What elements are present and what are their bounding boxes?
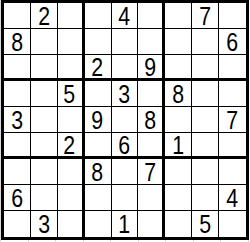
given-digit: 3: [38, 211, 50, 237]
given-digit: 9: [144, 55, 156, 80]
cell-r3c3[interactable]: [58, 55, 85, 81]
given-digit: 2: [92, 55, 104, 80]
cell-r7c9[interactable]: [219, 159, 246, 185]
cell-r1c9[interactable]: [219, 3, 246, 29]
cell-r3c7[interactable]: [165, 55, 192, 81]
cell-r2c8[interactable]: [192, 29, 219, 55]
cell-r6c2[interactable]: [31, 133, 58, 159]
cell-r1c5[interactable]: 4: [112, 3, 139, 29]
given-digit: 1: [119, 211, 131, 237]
cell-r3c2[interactable]: [31, 55, 58, 81]
cell-r9c9[interactable]: [219, 211, 246, 237]
cell-r5c5[interactable]: [112, 107, 139, 133]
cell-r6c6[interactable]: [138, 133, 165, 159]
cell-r3c5[interactable]: [112, 55, 139, 81]
cell-r4c7[interactable]: 8: [165, 81, 192, 107]
cell-r5c6[interactable]: 8: [138, 107, 165, 133]
cell-r7c4[interactable]: 8: [85, 159, 112, 185]
cell-r8c2[interactable]: [31, 185, 58, 211]
cell-r5c4[interactable]: 9: [85, 107, 112, 133]
cell-r2c9[interactable]: 6: [219, 29, 246, 55]
given-digit: 1: [172, 133, 184, 158]
cell-r5c9[interactable]: 7: [219, 107, 246, 133]
cell-r9c3[interactable]: [58, 211, 85, 237]
cell-r4c5[interactable]: 3: [112, 81, 139, 107]
cell-r6c4[interactable]: [85, 133, 112, 159]
cell-r7c6[interactable]: 7: [138, 159, 165, 185]
cell-r9c1[interactable]: [4, 211, 31, 237]
given-digit: 5: [199, 211, 211, 237]
cell-r8c7[interactable]: [165, 185, 192, 211]
cell-r7c3[interactable]: [58, 159, 85, 185]
cell-r1c3[interactable]: [58, 3, 85, 29]
cell-r4c3[interactable]: 5: [58, 81, 85, 107]
given-digit: 3: [11, 107, 23, 133]
cell-r2c2[interactable]: [31, 29, 58, 55]
cell-r9c8[interactable]: 5: [192, 211, 219, 237]
given-digit: 4: [227, 185, 239, 211]
given-digit: 8: [144, 107, 156, 133]
cell-r2c1[interactable]: 8: [4, 29, 31, 55]
sudoku-board: 247862953839872618764315: [1, 0, 249, 240]
given-digit: 8: [11, 29, 23, 55]
cell-r8c5[interactable]: [112, 185, 139, 211]
given-digit: 8: [172, 81, 184, 107]
cell-r3c6[interactable]: 9: [138, 55, 165, 81]
cell-r5c2[interactable]: [31, 107, 58, 133]
cell-r7c7[interactable]: [165, 159, 192, 185]
cell-r5c7[interactable]: [165, 107, 192, 133]
cell-r1c7[interactable]: [165, 3, 192, 29]
sudoku-screenshot: 247862953839872618764315: [0, 0, 250, 242]
cell-r8c6[interactable]: [138, 185, 165, 211]
cell-r4c1[interactable]: [4, 81, 31, 107]
cell-r1c4[interactable]: [85, 3, 112, 29]
given-digit: 9: [92, 107, 104, 133]
cell-r2c3[interactable]: [58, 29, 85, 55]
cell-r9c5[interactable]: 1: [112, 211, 139, 237]
cell-r8c8[interactable]: [192, 185, 219, 211]
cell-r6c7[interactable]: 1: [165, 133, 192, 159]
cell-r2c7[interactable]: [165, 29, 192, 55]
cell-r4c6[interactable]: [138, 81, 165, 107]
cell-r3c1[interactable]: [4, 55, 31, 81]
cell-r7c2[interactable]: [31, 159, 58, 185]
cell-r6c8[interactable]: [192, 133, 219, 159]
cell-r3c8[interactable]: [192, 55, 219, 81]
given-digit: 7: [227, 107, 239, 133]
cell-r4c8[interactable]: [192, 81, 219, 107]
cell-r6c9[interactable]: [219, 133, 246, 159]
cell-r4c9[interactable]: [219, 81, 246, 107]
cell-r9c4[interactable]: [85, 211, 112, 237]
cell-r7c8[interactable]: [192, 159, 219, 185]
cell-r8c3[interactable]: [58, 185, 85, 211]
cell-r7c5[interactable]: [112, 159, 139, 185]
cell-r5c3[interactable]: [58, 107, 85, 133]
given-digit: 6: [227, 29, 239, 55]
cell-r3c4[interactable]: 2: [85, 55, 112, 81]
cell-r1c8[interactable]: 7: [192, 3, 219, 29]
given-digit: 5: [64, 81, 76, 107]
given-digit: 7: [199, 3, 211, 29]
given-digit: 4: [119, 3, 131, 29]
given-digit: 8: [92, 159, 104, 185]
cell-r2c6[interactable]: [138, 29, 165, 55]
cell-r4c4[interactable]: [85, 81, 112, 107]
cell-r6c3[interactable]: 2: [58, 133, 85, 159]
cell-r9c7[interactable]: [165, 211, 192, 237]
cell-r3c9[interactable]: [219, 55, 246, 81]
cell-r9c2[interactable]: 3: [31, 211, 58, 237]
cell-r1c6[interactable]: [138, 3, 165, 29]
cell-r5c8[interactable]: [192, 107, 219, 133]
cell-r5c1[interactable]: 3: [4, 107, 31, 133]
cell-r8c4[interactable]: [85, 185, 112, 211]
given-digit: 2: [64, 133, 76, 158]
cell-r8c1[interactable]: 6: [4, 185, 31, 211]
cell-r8c9[interactable]: 4: [219, 185, 246, 211]
cell-r6c1[interactable]: [4, 133, 31, 159]
cell-r9c6[interactable]: [138, 211, 165, 237]
cell-r1c1[interactable]: [4, 3, 31, 29]
cell-r2c5[interactable]: [112, 29, 139, 55]
given-digit: 6: [11, 185, 23, 211]
given-digit: 6: [119, 133, 131, 158]
given-digit: 7: [144, 159, 156, 185]
cell-r7c1[interactable]: [4, 159, 31, 185]
cell-r2c4[interactable]: [85, 29, 112, 55]
cell-r4c2[interactable]: [31, 81, 58, 107]
cell-r1c2[interactable]: 2: [31, 3, 58, 29]
given-digit: 2: [38, 3, 50, 29]
cell-r6c5[interactable]: 6: [112, 133, 139, 159]
given-digit: 3: [119, 81, 131, 107]
